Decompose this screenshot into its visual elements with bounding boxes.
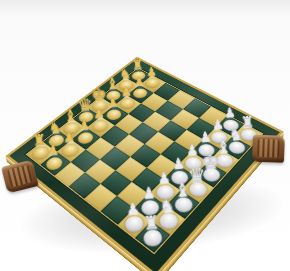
p-glyph: ♟ (41, 136, 66, 164)
camera-tilt-wrap: ♜♟♟♜♞♟♟♞♝♟♟♝♚♟♟♚♛♟♟♛♝♟♟♝♞♟♟♞♜♟♟♜ (0, 0, 290, 271)
piece-white-p-a2: ♟ (39, 151, 69, 175)
bronze-foot-right (252, 135, 285, 163)
perspective-stage: ♜♟♟♜♞♟♟♞♝♟♟♝♚♟♟♚♛♟♟♛♝♟♟♝♞♟♟♞♜♟♟♜ (0, 0, 290, 271)
piece-black-r-a8: ♜ (135, 222, 170, 254)
product-photo-scene: ♜♟♟♜♞♟♟♞♝♟♟♝♚♟♟♚♛♟♟♛♝♟♟♝♞♟♟♞♜♟♟♜ (0, 0, 290, 271)
r-glyph: ♜ (137, 206, 166, 239)
chess-board: ♜♟♟♜♞♟♟♞♝♟♟♝♚♟♟♚♛♟♟♛♝♟♟♝♞♟♟♞♜♟♟♜ (5, 56, 284, 271)
